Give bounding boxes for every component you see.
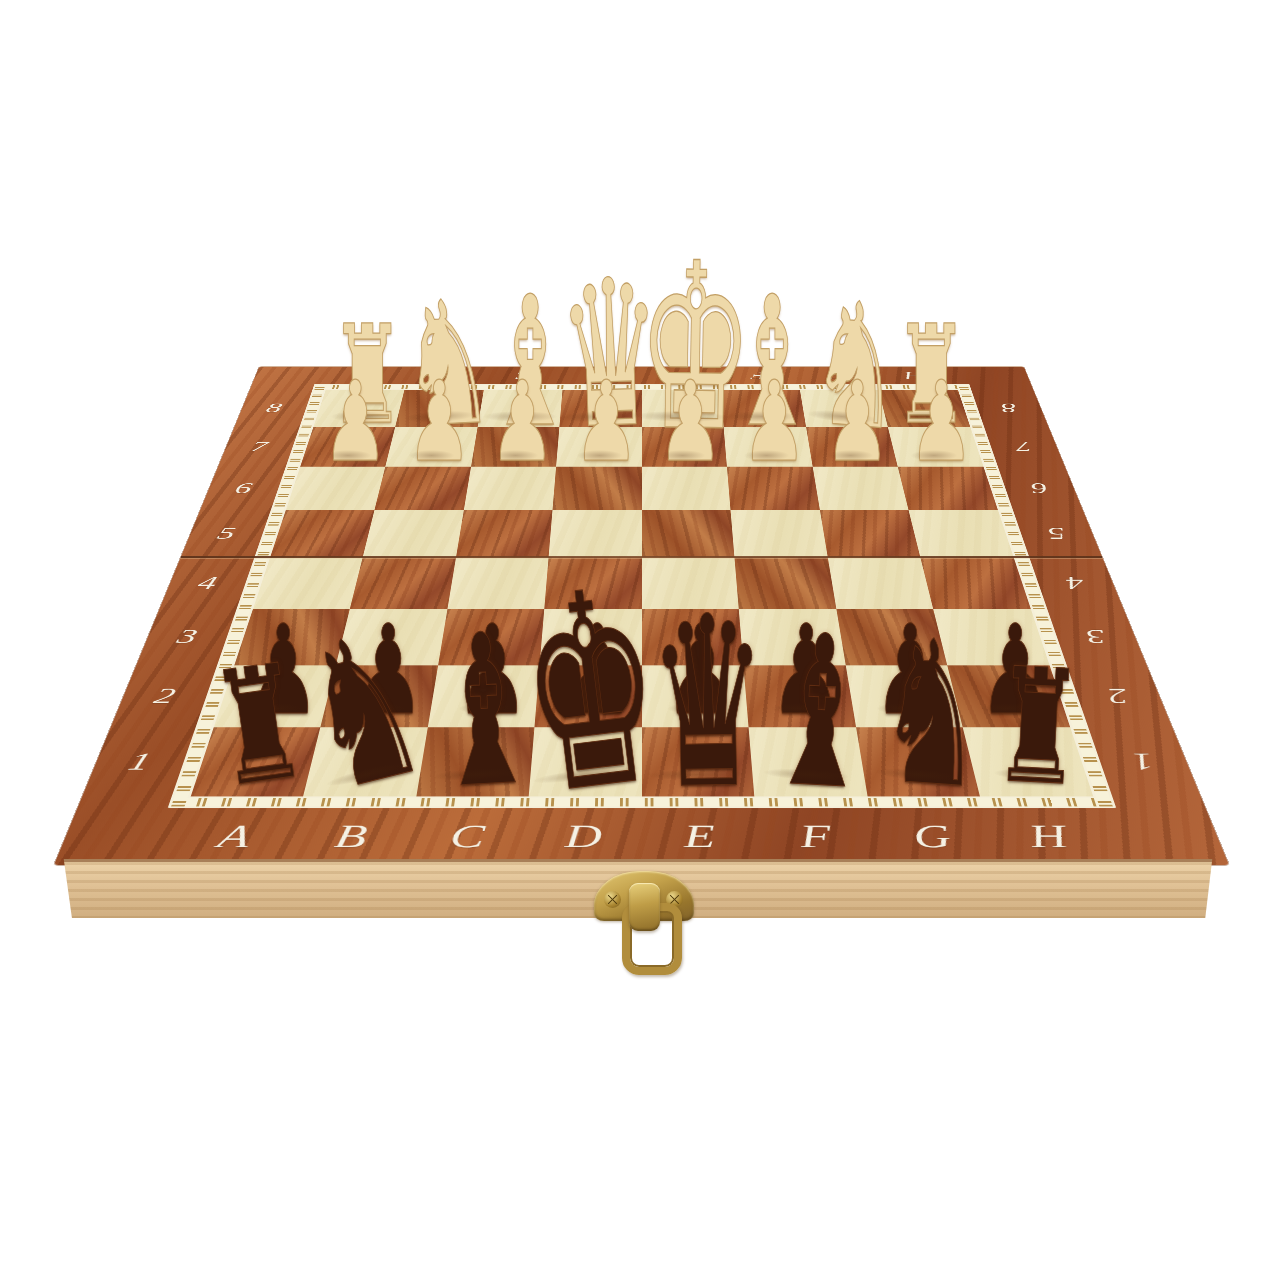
clasp bbox=[592, 869, 696, 961]
square-e5 bbox=[641, 510, 734, 557]
square-f1 bbox=[748, 728, 867, 797]
file-label-near-d: D bbox=[564, 818, 602, 854]
square-f2 bbox=[743, 665, 855, 727]
square-b5 bbox=[362, 510, 463, 557]
square-d6 bbox=[552, 467, 641, 510]
file-label-far-h: H bbox=[902, 369, 925, 382]
rank-label-left-2: 2 bbox=[150, 683, 179, 708]
rank-label-left-5: 5 bbox=[214, 524, 238, 543]
square-c7 bbox=[470, 427, 559, 467]
square-e2 bbox=[641, 665, 748, 727]
rank-label-right-7: 7 bbox=[1012, 438, 1034, 454]
square-d7 bbox=[556, 427, 641, 467]
rank-label-left-7: 7 bbox=[248, 438, 270, 454]
square-d5 bbox=[548, 510, 641, 557]
square-h7 bbox=[887, 427, 982, 467]
file-label-near-g: G bbox=[909, 818, 953, 854]
square-g5 bbox=[819, 510, 920, 557]
square-f3 bbox=[738, 609, 845, 666]
rank-label-right-6: 6 bbox=[1027, 479, 1050, 497]
square-f7 bbox=[723, 427, 812, 467]
rank-label-left-4: 4 bbox=[194, 572, 220, 593]
square-d2 bbox=[534, 665, 641, 727]
square-a1 bbox=[190, 728, 320, 797]
square-f8 bbox=[720, 390, 805, 427]
hinge-seam bbox=[180, 556, 1102, 558]
rank-label-right-2: 2 bbox=[1103, 683, 1132, 708]
square-g4 bbox=[827, 557, 933, 609]
file-label-far-f: F bbox=[749, 369, 767, 382]
square-g3 bbox=[835, 609, 946, 666]
rank-label-right-1: 1 bbox=[1127, 747, 1158, 775]
rank-label-left-1: 1 bbox=[124, 747, 155, 775]
square-a2 bbox=[213, 665, 336, 727]
square-a4 bbox=[252, 557, 362, 609]
file-label-far-b: B bbox=[437, 369, 456, 382]
square-e7 bbox=[641, 427, 726, 467]
border-strip-bottom bbox=[170, 798, 1112, 806]
square-b2 bbox=[320, 665, 437, 727]
square-h1 bbox=[962, 728, 1092, 797]
square-c8 bbox=[477, 390, 562, 427]
file-label-near-b: B bbox=[331, 818, 370, 854]
square-e3 bbox=[641, 609, 743, 666]
square-e4 bbox=[641, 557, 738, 609]
square-a5 bbox=[269, 510, 374, 557]
square-d4 bbox=[544, 557, 641, 609]
square-g8 bbox=[799, 390, 887, 427]
product-photo: AABBCCDDEEFFGGHH1122334455667788 ♜♞♝♛♚♝♞… bbox=[0, 0, 1280, 1280]
square-h6 bbox=[897, 467, 997, 510]
rank-label-left-6: 6 bbox=[232, 479, 255, 497]
rank-label-right-4: 4 bbox=[1062, 572, 1088, 593]
file-label-near-e: E bbox=[683, 818, 716, 854]
rank-label-right-5: 5 bbox=[1044, 524, 1068, 543]
clasp-tongue bbox=[629, 883, 660, 931]
square-g2 bbox=[845, 665, 962, 727]
file-label-far-d: D bbox=[592, 369, 612, 382]
square-h4 bbox=[920, 557, 1030, 609]
square-h3 bbox=[933, 609, 1049, 666]
square-a7 bbox=[299, 427, 394, 467]
square-c1 bbox=[415, 728, 534, 797]
rank-label-left-8: 8 bbox=[263, 400, 284, 415]
square-b4 bbox=[349, 557, 455, 609]
square-h8 bbox=[878, 390, 969, 427]
rank-label-right-8: 8 bbox=[998, 400, 1019, 415]
square-b6 bbox=[374, 467, 470, 510]
square-e1 bbox=[641, 728, 754, 797]
border-strip-top bbox=[314, 385, 968, 389]
rank-label-right-3: 3 bbox=[1082, 625, 1109, 648]
square-b3 bbox=[335, 609, 446, 666]
square-g6 bbox=[812, 467, 908, 510]
file-label-far-e: E bbox=[672, 369, 689, 382]
square-e6 bbox=[641, 467, 730, 510]
square-c5 bbox=[455, 510, 552, 557]
file-label-far-a: A bbox=[359, 369, 379, 382]
file-label-near-f: F bbox=[798, 818, 834, 854]
square-b1 bbox=[303, 728, 427, 797]
square-c2 bbox=[427, 665, 539, 727]
rank-label-left-3: 3 bbox=[173, 625, 200, 648]
square-a3 bbox=[233, 609, 349, 666]
square-d3 bbox=[539, 609, 641, 666]
square-a6 bbox=[285, 467, 385, 510]
file-label-near-a: A bbox=[214, 818, 256, 854]
square-d1 bbox=[528, 728, 641, 797]
square-f5 bbox=[730, 510, 827, 557]
square-h2 bbox=[947, 665, 1070, 727]
file-label-far-g: G bbox=[825, 369, 847, 382]
square-c6 bbox=[463, 467, 556, 510]
squares-grid bbox=[190, 390, 1092, 797]
square-b8 bbox=[395, 390, 483, 427]
square-f6 bbox=[726, 467, 819, 510]
square-b7 bbox=[385, 427, 477, 467]
chess-board: AABBCCDDEEFFGGHH1122334455667788 bbox=[54, 367, 1229, 865]
square-g1 bbox=[855, 728, 979, 797]
file-label-far-c: C bbox=[515, 369, 534, 382]
playing-area bbox=[167, 384, 1116, 808]
square-c3 bbox=[437, 609, 544, 666]
square-h5 bbox=[908, 510, 1013, 557]
square-a8 bbox=[313, 390, 404, 427]
square-d8 bbox=[559, 390, 641, 427]
clasp-screw-left-icon bbox=[604, 891, 621, 908]
file-label-near-h: H bbox=[1024, 818, 1071, 854]
file-label-near-c: C bbox=[447, 818, 486, 854]
square-c4 bbox=[447, 557, 548, 609]
square-e8 bbox=[641, 390, 723, 427]
square-g7 bbox=[805, 427, 897, 467]
square-f4 bbox=[734, 557, 835, 609]
